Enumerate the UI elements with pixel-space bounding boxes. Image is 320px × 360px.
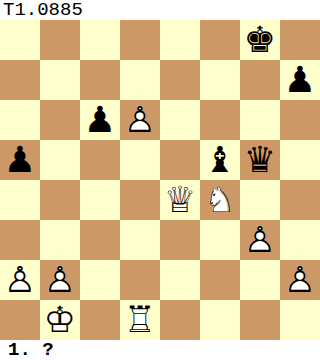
- piece-black-pawn: ♟: [80, 100, 120, 140]
- square-a1[interactable]: [0, 300, 40, 340]
- square-h3[interactable]: [280, 220, 320, 260]
- square-c1[interactable]: [80, 300, 120, 340]
- square-a8[interactable]: [0, 20, 40, 60]
- piece-white-knight: ♞♘: [200, 180, 240, 220]
- square-e4[interactable]: ♛♕: [160, 180, 200, 220]
- square-f8[interactable]: [200, 20, 240, 60]
- square-c6[interactable]: ♟: [80, 100, 120, 140]
- square-a2[interactable]: ♟♙: [0, 260, 40, 300]
- piece-black-queen: ♛: [240, 140, 280, 180]
- square-f3[interactable]: [200, 220, 240, 260]
- square-c8[interactable]: [80, 20, 120, 60]
- square-e1[interactable]: [160, 300, 200, 340]
- piece-black-pawn: ♟: [0, 140, 40, 180]
- square-b7[interactable]: [40, 60, 80, 100]
- square-b1[interactable]: ♚♔: [40, 300, 80, 340]
- square-c7[interactable]: [80, 60, 120, 100]
- square-a7[interactable]: [0, 60, 40, 100]
- square-a5[interactable]: ♟: [0, 140, 40, 180]
- square-e6[interactable]: [160, 100, 200, 140]
- square-d4[interactable]: [120, 180, 160, 220]
- square-e3[interactable]: [160, 220, 200, 260]
- move-prompt-label: 1. ?: [0, 340, 320, 360]
- square-d2[interactable]: [120, 260, 160, 300]
- square-d6[interactable]: ♟♙: [120, 100, 160, 140]
- square-g4[interactable]: [240, 180, 280, 220]
- square-b5[interactable]: [40, 140, 80, 180]
- square-g6[interactable]: [240, 100, 280, 140]
- piece-black-bishop: ♝: [200, 140, 240, 180]
- square-f7[interactable]: [200, 60, 240, 100]
- square-b6[interactable]: [40, 100, 80, 140]
- square-c4[interactable]: [80, 180, 120, 220]
- chess-puzzle-window: T1.0885 ♚♟♟♟♙♟♝♛♛♕♞♘♟♙♟♙♟♙♟♙♚♔♜♖ 1. ?: [0, 0, 320, 360]
- piece-white-queen: ♛♕: [160, 180, 200, 220]
- piece-white-pawn: ♟♙: [280, 260, 320, 300]
- piece-white-rook: ♜♖: [120, 300, 160, 340]
- piece-white-pawn: ♟♙: [120, 100, 160, 140]
- square-h8[interactable]: [280, 20, 320, 60]
- square-c5[interactable]: [80, 140, 120, 180]
- square-c3[interactable]: [80, 220, 120, 260]
- square-f6[interactable]: [200, 100, 240, 140]
- square-h7[interactable]: ♟: [280, 60, 320, 100]
- square-d5[interactable]: [120, 140, 160, 180]
- square-d1[interactable]: ♜♖: [120, 300, 160, 340]
- square-f2[interactable]: [200, 260, 240, 300]
- square-h1[interactable]: [280, 300, 320, 340]
- square-a4[interactable]: [0, 180, 40, 220]
- square-e2[interactable]: [160, 260, 200, 300]
- square-a6[interactable]: [0, 100, 40, 140]
- square-a3[interactable]: [0, 220, 40, 260]
- piece-white-pawn: ♟♙: [240, 220, 280, 260]
- square-c2[interactable]: [80, 260, 120, 300]
- square-g5[interactable]: ♛: [240, 140, 280, 180]
- piece-black-pawn: ♟: [280, 60, 320, 100]
- piece-black-king: ♚: [240, 20, 280, 60]
- square-g1[interactable]: [240, 300, 280, 340]
- square-d8[interactable]: [120, 20, 160, 60]
- square-b2[interactable]: ♟♙: [40, 260, 80, 300]
- square-b4[interactable]: [40, 180, 80, 220]
- square-g3[interactable]: ♟♙: [240, 220, 280, 260]
- square-h6[interactable]: [280, 100, 320, 140]
- square-g2[interactable]: [240, 260, 280, 300]
- square-h4[interactable]: [280, 180, 320, 220]
- square-d3[interactable]: [120, 220, 160, 260]
- piece-white-king: ♚♔: [40, 300, 80, 340]
- square-e7[interactable]: [160, 60, 200, 100]
- square-e8[interactable]: [160, 20, 200, 60]
- puzzle-id-label: T1.0885: [0, 0, 320, 20]
- square-e5[interactable]: [160, 140, 200, 180]
- square-d7[interactable]: [120, 60, 160, 100]
- square-f4[interactable]: ♞♘: [200, 180, 240, 220]
- piece-white-pawn: ♟♙: [40, 260, 80, 300]
- chess-board: ♚♟♟♟♙♟♝♛♛♕♞♘♟♙♟♙♟♙♟♙♚♔♜♖: [0, 20, 320, 340]
- square-h5[interactable]: [280, 140, 320, 180]
- square-b3[interactable]: [40, 220, 80, 260]
- square-f5[interactable]: ♝: [200, 140, 240, 180]
- square-b8[interactable]: [40, 20, 80, 60]
- square-g8[interactable]: ♚: [240, 20, 280, 60]
- square-f1[interactable]: [200, 300, 240, 340]
- piece-white-pawn: ♟♙: [0, 260, 40, 300]
- square-g7[interactable]: [240, 60, 280, 100]
- square-h2[interactable]: ♟♙: [280, 260, 320, 300]
